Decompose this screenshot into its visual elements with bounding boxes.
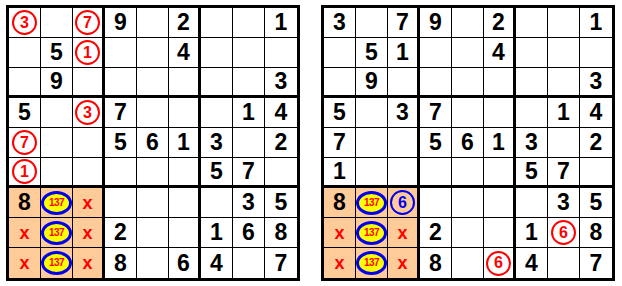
given-digit: 7 [242, 160, 255, 183]
given-digit: 5 [18, 101, 31, 124]
cell-r2c4 [105, 38, 137, 68]
cell-r4c6 [484, 98, 516, 128]
cell-r9c8 [233, 248, 265, 278]
elimination-x-icon: x [82, 254, 92, 272]
cell-r4c7 [516, 98, 548, 128]
cell-r6c7: 5 [201, 158, 233, 188]
cell-r5c5: 6 [452, 128, 484, 158]
elimination-x-icon: x [334, 254, 344, 272]
given-digit: 8 [114, 252, 127, 275]
given-digit: 1 [177, 131, 190, 154]
cell-r4c8: 1 [548, 98, 580, 128]
given-digit: 3 [396, 101, 409, 124]
cell-r4c4: 7 [105, 98, 137, 128]
cell-r1c9: 1 [580, 8, 612, 38]
cell-r9c6: 6 [484, 248, 516, 278]
cell-r8c6 [484, 218, 516, 248]
cell-r1c2 [41, 8, 73, 38]
cell-r9c7: 4 [201, 248, 233, 278]
given-digit: 4 [275, 101, 288, 124]
cell-r2c2: 5 [41, 38, 73, 68]
given-digit: 7 [557, 160, 570, 183]
cell-r6c8: 7 [548, 158, 580, 188]
cell-r6c4 [420, 158, 452, 188]
given-digit: 3 [525, 131, 538, 154]
cell-r7c8: 3 [548, 188, 580, 218]
cell-r6c3 [73, 158, 105, 188]
elimination-x-icon: x [19, 254, 29, 272]
cell-r5c7: 3 [201, 128, 233, 158]
sudoku-diagrams: 3792151493537147561321578137x35x137x2168… [6, 5, 615, 281]
cell-r8c5 [452, 218, 484, 248]
cell-r1c9: 1 [265, 8, 297, 38]
cell-r4c1: 5 [324, 98, 356, 128]
sudoku-grid-left: 3792151493537147561321578137x35x137x2168… [6, 5, 300, 281]
given-digit: 8 [590, 221, 603, 244]
cell-r6c6 [484, 158, 516, 188]
given-digit: 1 [590, 11, 603, 34]
cell-r6c2 [41, 158, 73, 188]
cell-r8c4: 2 [420, 218, 452, 248]
cell-r9c4: 8 [105, 248, 137, 278]
cell-r1c7 [516, 8, 548, 38]
cell-r4c9: 4 [580, 98, 612, 128]
cell-r3c8 [233, 68, 265, 98]
cell-r7c4 [420, 188, 452, 218]
candidate-ellipse: 137 [356, 251, 387, 275]
cell-r8c3: x [388, 218, 420, 248]
given-digit: 6 [242, 221, 255, 244]
cell-r2c3: 1 [388, 38, 420, 68]
given-digit: 4 [177, 41, 190, 64]
given-digit: 2 [590, 131, 603, 154]
given-digit: 7 [590, 252, 603, 275]
cell-r5c9: 2 [265, 128, 297, 158]
cell-r3c6 [484, 68, 516, 98]
given-digit: 6 [146, 131, 159, 154]
cell-r5c8 [548, 128, 580, 158]
cell-r8c9: 8 [265, 218, 297, 248]
given-digit: 5 [114, 131, 127, 154]
given-digit: 5 [275, 191, 288, 214]
cell-r5c1: 7 [9, 128, 41, 158]
cell-r2c2: 5 [356, 38, 388, 68]
elimination-x-icon: x [397, 254, 407, 272]
candidate-ellipse: 137 [41, 221, 72, 245]
cell-r3c9: 3 [580, 68, 612, 98]
cell-r8c2: 137 [356, 218, 388, 248]
cell-r2c6: 4 [484, 38, 516, 68]
cell-r9c1: x [9, 248, 41, 278]
cell-r7c4 [105, 188, 137, 218]
cell-r5c3 [388, 128, 420, 158]
cell-r7c1: 8 [324, 188, 356, 218]
given-digit: 1 [242, 101, 255, 124]
cell-r4c3: 3 [73, 98, 105, 128]
cell-r8c5 [137, 218, 169, 248]
cell-r7c3: x [73, 188, 105, 218]
cell-r3c3 [388, 68, 420, 98]
given-digit: 5 [333, 101, 346, 124]
cell-r3c4 [105, 68, 137, 98]
candidate-ellipse: 137 [356, 221, 387, 245]
given-digit: 4 [590, 101, 603, 124]
cell-r6c3 [388, 158, 420, 188]
given-digit: 2 [177, 11, 190, 34]
cell-r6c5 [137, 158, 169, 188]
cell-r8c1: x [324, 218, 356, 248]
cell-r2c8 [233, 38, 265, 68]
cell-r3c7 [516, 68, 548, 98]
cell-r2c9 [265, 38, 297, 68]
cell-r3c1 [324, 68, 356, 98]
cell-r8c6 [169, 218, 201, 248]
cell-r7c6 [169, 188, 201, 218]
cell-r7c2: 137 [41, 188, 73, 218]
given-digit: 5 [590, 191, 603, 214]
cell-r4c8: 1 [233, 98, 265, 128]
given-digit: 2 [114, 221, 127, 244]
cell-r3c9: 3 [265, 68, 297, 98]
circled-digit-blue: 6 [390, 190, 415, 215]
cell-r8c2: 137 [41, 218, 73, 248]
cell-r2c5 [452, 38, 484, 68]
cell-r2c4 [420, 38, 452, 68]
cell-r4c6 [169, 98, 201, 128]
given-digit: 8 [333, 191, 346, 214]
cell-r7c5 [452, 188, 484, 218]
cell-r5c4: 5 [420, 128, 452, 158]
circled-digit-red: 6 [551, 220, 576, 245]
cell-r6c1: 1 [9, 158, 41, 188]
cell-r1c6: 2 [169, 8, 201, 38]
cell-r7c5 [137, 188, 169, 218]
given-digit: 9 [114, 11, 127, 34]
cell-r9c5 [452, 248, 484, 278]
cell-r9c3: x [73, 248, 105, 278]
cell-r2c7 [201, 38, 233, 68]
cell-r5c4: 5 [105, 128, 137, 158]
given-digit: 7 [114, 101, 127, 124]
cell-r9c6: 6 [169, 248, 201, 278]
given-digit: 1 [333, 160, 346, 183]
cell-r1c8 [233, 8, 265, 38]
circled-digit-red: 3 [12, 10, 37, 35]
given-digit: 6 [177, 252, 190, 275]
cell-r7c7 [516, 188, 548, 218]
cell-r1c7 [201, 8, 233, 38]
cell-r7c9: 5 [265, 188, 297, 218]
cell-r7c3: 6 [388, 188, 420, 218]
cell-r2c3: 1 [73, 38, 105, 68]
given-digit: 9 [50, 70, 63, 93]
cell-r5c3 [73, 128, 105, 158]
cell-r2c6: 4 [169, 38, 201, 68]
cell-r7c6 [484, 188, 516, 218]
cell-r1c6: 2 [484, 8, 516, 38]
given-digit: 7 [275, 252, 288, 275]
given-digit: 1 [492, 131, 505, 154]
given-digit: 4 [492, 41, 505, 64]
cell-r4c5 [137, 98, 169, 128]
cell-r3c2: 9 [356, 68, 388, 98]
cell-r6c9 [580, 158, 612, 188]
cell-r1c4: 9 [105, 8, 137, 38]
cell-r1c4: 9 [420, 8, 452, 38]
elimination-x-icon: x [82, 224, 92, 242]
cell-r6c5 [452, 158, 484, 188]
cell-r9c4: 8 [420, 248, 452, 278]
cell-r3c3 [73, 68, 105, 98]
given-digit: 5 [429, 131, 442, 154]
cell-r5c2 [41, 128, 73, 158]
cell-r6c8: 7 [233, 158, 265, 188]
given-digit: 3 [590, 70, 603, 93]
cell-r7c7 [201, 188, 233, 218]
cell-r3c5 [452, 68, 484, 98]
given-digit: 1 [396, 41, 409, 64]
cell-r3c1 [9, 68, 41, 98]
given-digit: 7 [396, 11, 409, 34]
cell-r6c1: 1 [324, 158, 356, 188]
cell-r1c5 [452, 8, 484, 38]
cell-r9c9: 7 [580, 248, 612, 278]
cell-r4c2 [41, 98, 73, 128]
cell-r6c2 [356, 158, 388, 188]
cell-r8c8: 6 [233, 218, 265, 248]
cell-r9c8 [548, 248, 580, 278]
cell-r9c9: 7 [265, 248, 297, 278]
cell-r7c1: 8 [9, 188, 41, 218]
cell-r5c6: 1 [484, 128, 516, 158]
cell-r8c3: x [73, 218, 105, 248]
circled-digit-red: 7 [75, 10, 100, 35]
cell-r9c2: 137 [41, 248, 73, 278]
cell-r6c4 [105, 158, 137, 188]
cell-r4c9: 4 [265, 98, 297, 128]
elimination-x-icon: x [397, 224, 407, 242]
cell-r1c2 [356, 8, 388, 38]
circled-digit-red: 7 [12, 130, 37, 155]
cell-r5c9: 2 [580, 128, 612, 158]
cell-r7c2: 137 [356, 188, 388, 218]
cell-r9c2: 137 [356, 248, 388, 278]
cell-r4c5 [452, 98, 484, 128]
sudoku-grid-right: 3792151493537147561321578137635x137x2168… [321, 5, 615, 281]
given-digit: 1 [275, 11, 288, 34]
given-digit: 8 [429, 252, 442, 275]
cell-r8c7: 1 [516, 218, 548, 248]
cell-r1c1: 3 [324, 8, 356, 38]
cell-r8c8: 6 [548, 218, 580, 248]
elimination-x-icon: x [334, 224, 344, 242]
cell-r2c9 [580, 38, 612, 68]
cell-r7c8: 3 [233, 188, 265, 218]
circled-digit-red: 1 [75, 40, 100, 65]
cell-r9c3: x [388, 248, 420, 278]
circled-digit-red: 1 [12, 159, 37, 184]
cell-r9c7: 4 [516, 248, 548, 278]
given-digit: 6 [461, 131, 474, 154]
cell-r2c5 [137, 38, 169, 68]
cell-r1c1: 3 [9, 8, 41, 38]
candidate-ellipse: 137 [41, 251, 72, 275]
cell-r1c8 [548, 8, 580, 38]
given-digit: 7 [429, 101, 442, 124]
cell-r8c4: 2 [105, 218, 137, 248]
cell-r2c7 [516, 38, 548, 68]
cell-r5c2 [356, 128, 388, 158]
given-digit: 8 [275, 221, 288, 244]
given-digit: 3 [210, 131, 223, 154]
cell-r9c5 [137, 248, 169, 278]
given-digit: 2 [275, 131, 288, 154]
cell-r6c9 [265, 158, 297, 188]
cell-r9c1: x [324, 248, 356, 278]
cell-r1c3: 7 [73, 8, 105, 38]
elimination-x-icon: x [82, 194, 92, 212]
cell-r1c3: 7 [388, 8, 420, 38]
given-digit: 4 [210, 252, 223, 275]
given-digit: 9 [429, 11, 442, 34]
given-digit: 8 [18, 191, 31, 214]
cell-r8c9: 8 [580, 218, 612, 248]
cell-r2c8 [548, 38, 580, 68]
cell-r4c3: 3 [388, 98, 420, 128]
given-digit: 3 [557, 191, 570, 214]
given-digit: 1 [210, 221, 223, 244]
cell-r4c1: 5 [9, 98, 41, 128]
elimination-x-icon: x [19, 224, 29, 242]
cell-r3c7 [201, 68, 233, 98]
cell-r4c4: 7 [420, 98, 452, 128]
cell-r4c2 [356, 98, 388, 128]
circled-digit-red: 3 [75, 100, 100, 125]
cell-r5c1: 7 [324, 128, 356, 158]
cell-r6c7: 5 [516, 158, 548, 188]
cell-r3c8 [548, 68, 580, 98]
given-digit: 2 [429, 221, 442, 244]
given-digit: 1 [525, 221, 538, 244]
cell-r5c7: 3 [516, 128, 548, 158]
given-digit: 3 [333, 11, 346, 34]
cell-r5c5: 6 [137, 128, 169, 158]
given-digit: 2 [492, 11, 505, 34]
given-digit: 7 [333, 131, 346, 154]
cell-r2c1 [9, 38, 41, 68]
cell-r8c1: x [9, 218, 41, 248]
cell-r3c6 [169, 68, 201, 98]
candidate-ellipse: 137 [41, 191, 72, 215]
cell-r2c1 [324, 38, 356, 68]
given-digit: 1 [557, 101, 570, 124]
given-digit: 3 [275, 70, 288, 93]
cell-r8c7: 1 [201, 218, 233, 248]
cell-r3c5 [137, 68, 169, 98]
cell-r3c2: 9 [41, 68, 73, 98]
given-digit: 9 [365, 70, 378, 93]
circled-digit-red: 6 [486, 251, 511, 276]
given-digit: 4 [525, 252, 538, 275]
cell-r4c7 [201, 98, 233, 128]
given-digit: 5 [50, 41, 63, 64]
given-digit: 5 [210, 160, 223, 183]
cell-r1c5 [137, 8, 169, 38]
cell-r5c6: 1 [169, 128, 201, 158]
cell-r6c6 [169, 158, 201, 188]
given-digit: 5 [525, 160, 538, 183]
candidate-ellipse: 137 [356, 191, 387, 215]
cell-r7c9: 5 [580, 188, 612, 218]
cell-r5c8 [233, 128, 265, 158]
cell-r3c4 [420, 68, 452, 98]
given-digit: 5 [365, 41, 378, 64]
given-digit: 3 [242, 191, 255, 214]
